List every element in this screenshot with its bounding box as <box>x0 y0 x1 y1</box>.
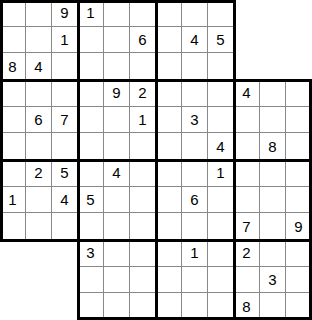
cell-r2c4[interactable] <box>78 27 104 54</box>
cell-r5c7[interactable] <box>156 107 182 134</box>
cell-r4c11[interactable] <box>260 80 286 107</box>
cell-r10c7[interactable] <box>156 240 182 267</box>
cell-r5c2[interactable]: 6 <box>26 107 52 134</box>
cell-r1c9[interactable] <box>208 0 234 27</box>
cell-r8c2[interactable] <box>26 187 52 214</box>
cell-r11c7[interactable] <box>156 267 182 294</box>
cell-r7c3[interactable]: 5 <box>52 160 78 187</box>
cell-r8c10[interactable] <box>234 187 260 214</box>
cell-r4c1[interactable] <box>0 80 26 107</box>
cell-r6c11[interactable]: 8 <box>260 133 286 160</box>
outside-corner-cell <box>260 0 286 27</box>
cell-r5c5[interactable] <box>104 107 130 134</box>
cell-r7c4[interactable] <box>78 160 104 187</box>
cell-r11c11[interactable]: 3 <box>260 267 286 294</box>
grid-thick-line <box>0 0 236 3</box>
cell-r1c7[interactable] <box>156 0 182 27</box>
cell-r3c8[interactable] <box>182 53 208 80</box>
cell-r7c11[interactable] <box>260 160 286 187</box>
cell-r3c7[interactable] <box>156 53 182 80</box>
outside-corner-cell <box>26 267 52 294</box>
cell-r2c2[interactable] <box>26 27 52 54</box>
outside-corner-cell <box>0 267 26 294</box>
outside-corner-cell <box>26 240 52 267</box>
cell-r1c3[interactable]: 9 <box>52 0 78 27</box>
grid-thick-line <box>0 79 312 82</box>
grid-thick-line <box>0 159 312 162</box>
outside-corner-cell <box>234 27 260 54</box>
outside-corner-cell <box>286 53 312 80</box>
cell-r5c6[interactable]: 1 <box>130 107 156 134</box>
cell-r6c6[interactable] <box>130 133 156 160</box>
cell-r7c7[interactable] <box>156 160 182 187</box>
cell-r4c5[interactable]: 9 <box>104 80 130 107</box>
grid-thick-line <box>0 0 3 240</box>
cell-r9c9[interactable] <box>208 213 234 240</box>
cell-r5c4[interactable] <box>78 107 104 134</box>
cell-r10c10[interactable]: 2 <box>234 240 260 267</box>
cell-r2c9[interactable]: 5 <box>208 27 234 54</box>
cell-r11c9[interactable] <box>208 267 234 294</box>
cell-r12c7[interactable] <box>156 293 182 320</box>
cell-r7c6[interactable] <box>130 160 156 187</box>
outside-corner-cell <box>286 27 312 54</box>
cell-r7c8[interactable] <box>182 160 208 187</box>
cell-r6c8[interactable] <box>182 133 208 160</box>
grid-thick-line <box>309 80 312 320</box>
cell-r4c3[interactable] <box>52 80 78 107</box>
cell-r8c8[interactable]: 6 <box>182 187 208 214</box>
cell-r10c6[interactable] <box>130 240 156 267</box>
cell-r1c2[interactable] <box>26 0 52 27</box>
cell-r12c8[interactable] <box>182 293 208 320</box>
cell-r6c3[interactable] <box>52 133 78 160</box>
cell-r8c5[interactable] <box>104 187 130 214</box>
cell-r1c1[interactable] <box>0 0 26 27</box>
cell-r7c9[interactable]: 1 <box>208 160 234 187</box>
cell-r12c10[interactable]: 8 <box>234 293 260 320</box>
cell-r4c8[interactable] <box>182 80 208 107</box>
cell-r2c6[interactable]: 6 <box>130 27 156 54</box>
cell-r7c5[interactable]: 4 <box>104 160 130 187</box>
cell-r6c1[interactable] <box>0 133 26 160</box>
cell-r12c9[interactable] <box>208 293 234 320</box>
outside-corner-cell <box>52 267 78 294</box>
cell-r5c10[interactable] <box>234 107 260 134</box>
cell-r3c9[interactable] <box>208 53 234 80</box>
cell-r3c4[interactable] <box>78 53 104 80</box>
cell-r8c4[interactable]: 5 <box>78 187 104 214</box>
cell-r8c7[interactable] <box>156 187 182 214</box>
cell-r10c11[interactable] <box>260 240 286 267</box>
cell-r4c4[interactable] <box>78 80 104 107</box>
cell-r2c1[interactable] <box>0 27 26 54</box>
cell-r10c8[interactable]: 1 <box>182 240 208 267</box>
cell-r9c2[interactable] <box>26 213 52 240</box>
cell-r10c9[interactable] <box>208 240 234 267</box>
cell-r6c2[interactable] <box>26 133 52 160</box>
cell-r6c9[interactable]: 4 <box>208 133 234 160</box>
cell-r4c6[interactable]: 2 <box>130 80 156 107</box>
cell-r3c3[interactable] <box>52 53 78 80</box>
cell-r1c8[interactable] <box>182 0 208 27</box>
cell-r12c6[interactable] <box>130 293 156 320</box>
cell-r5c9[interactable] <box>208 107 234 134</box>
outside-corner-cell <box>0 293 26 320</box>
cell-r7c2[interactable]: 2 <box>26 160 52 187</box>
cell-r1c6[interactable] <box>130 0 156 27</box>
cell-r12c4[interactable] <box>78 293 104 320</box>
cell-r9c7[interactable] <box>156 213 182 240</box>
cell-r3c6[interactable] <box>130 53 156 80</box>
sudoku-board: 91164584924671348254114567931238 <box>0 0 312 320</box>
cell-r3c1[interactable]: 8 <box>0 53 26 80</box>
cell-r2c8[interactable]: 4 <box>182 27 208 54</box>
cell-r11c8[interactable] <box>182 267 208 294</box>
cell-r9c6[interactable] <box>130 213 156 240</box>
cell-r11c10[interactable] <box>234 267 260 294</box>
cell-r9c8[interactable] <box>182 213 208 240</box>
cell-r1c4[interactable]: 1 <box>78 0 104 27</box>
outside-corner-cell <box>260 53 286 80</box>
outside-corner-cell <box>26 293 52 320</box>
cell-r12c5[interactable] <box>104 293 130 320</box>
cell-r6c10[interactable] <box>234 133 260 160</box>
cell-r8c11[interactable] <box>260 187 286 214</box>
cell-r5c3[interactable]: 7 <box>52 107 78 134</box>
cell-r12c11[interactable] <box>260 293 286 320</box>
cell-r5c8[interactable]: 3 <box>182 107 208 134</box>
cell-r8c3[interactable]: 4 <box>52 187 78 214</box>
cell-r4c9[interactable] <box>208 80 234 107</box>
cell-r3c2[interactable]: 4 <box>26 53 52 80</box>
cell-r2c5[interactable] <box>104 27 130 54</box>
outside-corner-cell <box>0 240 26 267</box>
outside-corner-cell <box>286 0 312 27</box>
outside-corner-cell <box>260 27 286 54</box>
cell-r3c5[interactable] <box>104 53 130 80</box>
cell-r1c5[interactable] <box>104 0 130 27</box>
cell-r7c1[interactable] <box>0 160 26 187</box>
cell-r5c11[interactable] <box>260 107 286 134</box>
cell-r7c10[interactable] <box>234 160 260 187</box>
cell-r10c5[interactable] <box>104 240 130 267</box>
cell-r10c4[interactable]: 3 <box>78 240 104 267</box>
cell-r11c4[interactable] <box>78 267 104 294</box>
cell-r9c5[interactable] <box>104 213 130 240</box>
cell-r4c2[interactable] <box>26 80 52 107</box>
cell-r4c7[interactable] <box>156 80 182 107</box>
cell-r5c1[interactable] <box>0 107 26 134</box>
outside-corner-cell <box>52 240 78 267</box>
cell-r11c5[interactable] <box>104 267 130 294</box>
outside-corner-cell <box>234 0 260 27</box>
cell-r8c9[interactable] <box>208 187 234 214</box>
cell-r9c11[interactable] <box>260 213 286 240</box>
cell-r6c4[interactable] <box>78 133 104 160</box>
cell-r8c6[interactable] <box>130 187 156 214</box>
cell-r9c1[interactable] <box>0 213 26 240</box>
cell-r6c5[interactable] <box>104 133 130 160</box>
cell-r2c7[interactable] <box>156 27 182 54</box>
outside-corner-cell <box>234 53 260 80</box>
cell-r9c10[interactable]: 7 <box>234 213 260 240</box>
cell-r9c4[interactable] <box>78 213 104 240</box>
cell-r9c3[interactable] <box>52 213 78 240</box>
outside-corner-cell <box>52 293 78 320</box>
cell-r4c10[interactable]: 4 <box>234 80 260 107</box>
cell-r6c7[interactable] <box>156 133 182 160</box>
cell-r8c1[interactable]: 1 <box>0 187 26 214</box>
cell-r2c3[interactable]: 1 <box>52 27 78 54</box>
grid-thick-line <box>0 239 312 242</box>
cell-r11c6[interactable] <box>130 267 156 294</box>
